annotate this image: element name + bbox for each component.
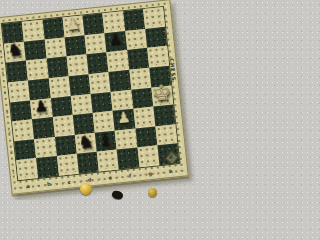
file-label-a: a bbox=[26, 183, 30, 189]
board-brand-text: CHESS bbox=[169, 58, 177, 82]
rank-label-1: 1 bbox=[12, 169, 15, 174]
square-d7 bbox=[64, 35, 86, 57]
square-b6 bbox=[26, 59, 48, 81]
square-f1 bbox=[117, 148, 139, 170]
square-e2: ♝ bbox=[95, 130, 117, 152]
square-b3 bbox=[32, 117, 54, 139]
file-label-h: h bbox=[169, 168, 173, 174]
file-label-f: f bbox=[129, 172, 132, 178]
square-g7 bbox=[125, 29, 147, 51]
square-c8 bbox=[42, 18, 64, 40]
square-b5 bbox=[28, 78, 50, 100]
square-a1 bbox=[16, 158, 38, 180]
square-h2 bbox=[155, 124, 177, 146]
crown-icon: ♛ bbox=[167, 153, 174, 161]
square-b2 bbox=[34, 137, 56, 159]
square-g8 bbox=[123, 9, 145, 31]
file-label-g: g bbox=[148, 170, 152, 176]
brass-latch-small-icon bbox=[148, 188, 157, 197]
square-c4 bbox=[50, 96, 72, 118]
rank-label-2: 2 bbox=[10, 149, 13, 154]
file-label-b: b bbox=[47, 181, 51, 187]
square-e6 bbox=[87, 52, 109, 74]
piece-white-king: ♚ bbox=[151, 82, 172, 105]
square-f8 bbox=[103, 11, 125, 33]
square-d6 bbox=[66, 54, 88, 76]
piece-black-knight: ♞ bbox=[77, 132, 94, 151]
square-b7 bbox=[24, 39, 46, 61]
square-c6 bbox=[46, 57, 68, 79]
rank-label-6: 6 bbox=[1, 70, 4, 75]
square-d1 bbox=[77, 152, 99, 174]
square-d5 bbox=[68, 74, 90, 96]
dark-object bbox=[111, 190, 124, 200]
square-c3 bbox=[52, 115, 74, 137]
rank-label-3: 3 bbox=[8, 129, 11, 134]
square-h6 bbox=[147, 46, 169, 68]
square-d2: ♞ bbox=[75, 133, 97, 155]
square-e5 bbox=[89, 72, 111, 94]
square-d4 bbox=[70, 94, 92, 116]
chess-board: ♟♞♟♟♚♟♞♝ abcdefgh 87654321 CHESS ♛ bbox=[0, 0, 189, 195]
square-g5 bbox=[129, 68, 151, 90]
square-b4: ♟ bbox=[30, 98, 52, 120]
square-f2 bbox=[115, 128, 137, 150]
square-a6 bbox=[6, 61, 28, 83]
square-g4 bbox=[131, 87, 153, 109]
square-f7: ♟ bbox=[105, 31, 127, 53]
grid: ♟♞♟♟♚♟♞♝ bbox=[1, 6, 181, 181]
file-label-c: c bbox=[67, 179, 71, 185]
file-label-e: e bbox=[108, 174, 112, 180]
square-b8 bbox=[22, 20, 44, 42]
square-e4 bbox=[91, 91, 113, 113]
square-g2 bbox=[135, 126, 157, 148]
square-a7: ♞ bbox=[4, 41, 26, 63]
piece-black-pawn: ♟ bbox=[108, 32, 123, 48]
square-c2 bbox=[54, 135, 76, 157]
corner-emblem: ♛ bbox=[163, 149, 178, 164]
square-f6 bbox=[107, 50, 129, 72]
piece-black-bishop: ♝ bbox=[97, 130, 114, 149]
square-g1 bbox=[137, 146, 159, 168]
piece-white-pawn: ♟ bbox=[66, 17, 81, 33]
square-h8 bbox=[143, 7, 165, 29]
square-c5 bbox=[48, 76, 70, 98]
file-label-d: d bbox=[87, 176, 91, 182]
rank-label-5: 5 bbox=[4, 90, 7, 95]
piece-black-pawn: ♟ bbox=[34, 99, 49, 115]
rank-label-7: 7 bbox=[0, 50, 2, 55]
piece-white-pawn: ♟ bbox=[116, 110, 131, 126]
square-f3: ♟ bbox=[113, 109, 135, 131]
square-g6 bbox=[127, 48, 149, 70]
square-f5 bbox=[109, 70, 131, 92]
square-g3 bbox=[133, 107, 155, 129]
square-h3 bbox=[153, 105, 175, 127]
square-a3 bbox=[12, 119, 34, 141]
square-e7 bbox=[84, 33, 106, 55]
square-e8 bbox=[82, 13, 104, 35]
square-h7 bbox=[145, 26, 167, 48]
square-a4 bbox=[10, 100, 32, 122]
rank-label-4: 4 bbox=[6, 110, 9, 115]
square-c1 bbox=[57, 154, 79, 176]
square-e1 bbox=[97, 150, 119, 172]
brass-latch-large-icon bbox=[80, 183, 92, 195]
square-c7 bbox=[44, 37, 66, 59]
square-b1 bbox=[36, 156, 58, 178]
square-h4: ♚ bbox=[151, 85, 173, 107]
square-d8: ♟ bbox=[62, 15, 84, 37]
square-a5 bbox=[8, 80, 30, 102]
square-a2 bbox=[14, 139, 36, 161]
piece-black-knight: ♞ bbox=[6, 41, 23, 60]
